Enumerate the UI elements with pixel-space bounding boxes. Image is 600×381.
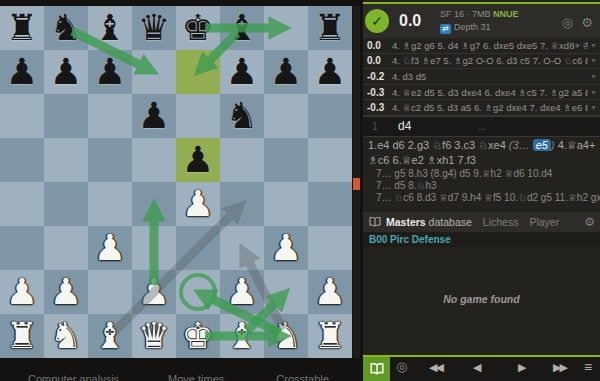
first-move-button[interactable]: ◀◀ [429, 361, 442, 374]
tab-lichess[interactable]: Lichess [483, 216, 519, 228]
square-f1[interactable]: ♝ [220, 314, 264, 358]
square-d7[interactable] [132, 50, 176, 94]
pv-list: 0.0 4. ♗g2 g6 5. d4 ♗g7 6. dxe5 dxe5 7. … [363, 38, 600, 116]
square-b8[interactable]: ♞ [44, 6, 88, 50]
book-icon [369, 216, 381, 228]
square-c5[interactable] [88, 138, 132, 182]
explorer-message: No game found [363, 293, 600, 305]
pv-eval: -0.3 [367, 87, 392, 98]
variation-row[interactable]: 7… g5 8.h3 (8.g4) d5 9.♕h2 ♕d6 10.d4 [363, 167, 600, 179]
book-icon [370, 362, 384, 376]
next-move-button[interactable]: ▶ [518, 361, 524, 374]
engine-eval: 0.0 [399, 12, 421, 30]
white-pawn: ♟ [132, 270, 176, 314]
square-b3[interactable] [44, 226, 88, 270]
pv-row[interactable]: -0.2 4. d3 d5 ▼ [363, 69, 600, 85]
explorer-toggle-button[interactable] [363, 357, 390, 381]
square-e8[interactable]: ♚ [176, 6, 220, 50]
square-e6[interactable] [176, 94, 220, 138]
black-knight: ♞ [44, 6, 88, 50]
white-knight: ♞ [264, 314, 308, 358]
white-bishop: ♝ [220, 314, 264, 358]
pv-moves: 4. ♕c2 d5 5. d3 a5 6. ♗g2 dxe4 7. dxe4 ♗… [392, 102, 588, 113]
square-e3[interactable] [176, 226, 220, 270]
square-f2[interactable]: ♟ [220, 270, 264, 314]
pv-row[interactable]: -0.3 4. ♕c2 d5 5. d3 a5 6. ♗g2 dxe4 7. d… [363, 100, 600, 116]
engine-depth: Depth 31 [454, 22, 491, 32]
square-d5[interactable] [132, 138, 176, 182]
practice-icon[interactable]: ◎ [396, 359, 407, 374]
square-a5[interactable] [0, 138, 44, 182]
square-h2[interactable]: ♟ [308, 270, 352, 314]
pv-eval: 0.0 [367, 40, 392, 51]
square-h7[interactable]: ♟ [308, 50, 352, 94]
square-a4[interactable] [0, 182, 44, 226]
square-g8[interactable] [264, 6, 308, 50]
white-rook: ♜ [0, 314, 44, 358]
square-d3[interactable] [132, 226, 176, 270]
white-pawn: ♟ [44, 270, 88, 314]
white-knight: ♞ [44, 314, 88, 358]
eval-gauge [353, 6, 360, 358]
black-pawn: ♟ [0, 50, 44, 94]
black-bishop: ♝ [220, 6, 264, 50]
square-f5[interactable] [220, 138, 264, 182]
gear-icon[interactable]: ⚙ [581, 15, 593, 30]
square-e1[interactable]: ♚ [176, 314, 220, 358]
pv-row[interactable]: 0.0 4. ♗g2 g6 5. d4 ♗g7 6. dxe5 dxe5 7. … [363, 38, 600, 54]
pv-row[interactable]: -0.3 4. ♕e2 d5 5. d3 dxe4 6. dxe4 ♗c5 7.… [363, 85, 600, 101]
square-f6[interactable]: ♞ [220, 94, 264, 138]
pv-moves: 4. ♘f3 ♗e7 5. ♗g2 O-O 6. d3 c5 7. O-O ♘c… [392, 55, 588, 66]
pv-moves: 4. ♕e2 d5 5. d3 dxe4 6. dxe4 ♗c5 7. ♗g2 … [392, 87, 588, 98]
square-b6[interactable] [44, 94, 88, 138]
square-c3[interactable]: ♟ [88, 226, 132, 270]
square-b2[interactable]: ♟ [44, 270, 88, 314]
square-c1[interactable]: ♝ [88, 314, 132, 358]
depth-icon: ⇄ [440, 24, 451, 34]
white-pawn: ♟ [220, 270, 264, 314]
black-pawn: ♟ [44, 50, 88, 94]
square-b5[interactable] [44, 138, 88, 182]
white-pawn: ♟ [0, 270, 44, 314]
square-b4[interactable] [44, 182, 88, 226]
square-h1[interactable]: ♜ [308, 314, 352, 358]
mainline-moves: 4.♕a4+ ♗d7 5.♕xe4 [558, 139, 600, 151]
focus-icon[interactable]: ◎ [562, 15, 573, 30]
tab-masters-database[interactable]: Masters database [386, 216, 472, 228]
square-f4[interactable] [220, 182, 264, 226]
square-a7[interactable]: ♟ [0, 50, 44, 94]
square-a2[interactable]: ♟ [0, 270, 44, 314]
square-d2[interactable]: ♟ [132, 270, 176, 314]
black-queen: ♛ [132, 6, 176, 50]
variation-open: (3… [509, 139, 530, 151]
pv-eval: -0.2 [367, 71, 392, 82]
opening-name: B00 Pirc Defense [363, 232, 600, 247]
pv-moves: 4. d3 d5 [392, 71, 588, 82]
controls-accent-border [363, 355, 600, 357]
square-b1[interactable]: ♞ [44, 314, 88, 358]
pv-moves: 4. ♗g2 g6 5. d4 ♗g7 6. dxe5 dxe5 7. ♕xd8… [392, 40, 588, 51]
chess-board[interactable]: ♜♞♝♛♚♝♜♟♟♟♟♟♟♟♞♟♟♟♟♟♟♟♟♟♜♞♝♛♚♝♞♜ [0, 6, 352, 358]
mainline-moves: 1.e4 d6 2.g3 ♘f6 3.c3 ♘xe4 [368, 139, 506, 151]
analysis-app: ♜♞♝♛♚♝♜♟♟♟♟♟♟♟♞♟♟♟♟♟♟♟♟♟♜♞♝♛♚♝♞♜ Compute… [0, 0, 600, 381]
square-a3[interactable] [0, 226, 44, 270]
square-g5[interactable] [264, 138, 308, 182]
black-rook: ♜ [0, 6, 44, 50]
square-g2[interactable] [264, 270, 308, 314]
white-pawn: ♟ [264, 226, 308, 270]
square-f8[interactable]: ♝ [220, 6, 264, 50]
variation-row[interactable]: 7… ♘c6 8.d3 ♕d7 9.h4 ♕f5 10.♘d2 g5 11.♕h… [363, 191, 600, 203]
square-g7[interactable]: ♟ [264, 50, 308, 94]
white-king: ♚ [176, 314, 220, 358]
square-f7[interactable]: ♟ [220, 50, 264, 94]
chevron-down-icon[interactable]: ▼ [590, 73, 597, 80]
move-list: 1.e4 d6 2.g3 ♘f6 3.c3 ♘xe4 (3… e5) 4.♕a4… [363, 137, 600, 212]
white-queen: ♛ [132, 314, 176, 358]
engine-meta: SF 16 · 7MB NNUE ⇄Depth 31 [440, 8, 519, 34]
pv-eval: 0.0 [367, 55, 392, 66]
pv-row[interactable]: 0.0 4. ♘f3 ♗e7 5. ♗g2 O-O 6. d3 c5 7. O-… [363, 54, 600, 70]
engine-tech: NNUE [493, 9, 519, 19]
eval-gauge-tick [353, 178, 360, 190]
tab-crosstable[interactable]: Crosstable [276, 373, 329, 381]
square-c7[interactable]: ♟ [88, 50, 132, 94]
black-pawn: ♟ [264, 50, 308, 94]
square-a8[interactable]: ♜ [0, 6, 44, 50]
chevron-down-icon[interactable]: ▼ [590, 89, 597, 96]
board-footer: Computer analysis Move times Crosstable … [0, 358, 363, 381]
engine-bar: ✓ 0.0 SF 16 · 7MB NNUE ⇄Depth 31 ◎ ⚙ [363, 4, 600, 38]
square-g6[interactable] [264, 94, 308, 138]
engine-name: SF 16 · 7MB [440, 9, 491, 19]
variation-close: ) [551, 139, 555, 151]
explorer-body: No game found [363, 247, 600, 355]
prev-move-button[interactable]: ◀ [473, 361, 479, 374]
black-pawn: ♟ [220, 50, 264, 94]
analysis-panel: ✓ 0.0 SF 16 · 7MB NNUE ⇄Depth 31 ◎ ⚙ 0.0… [363, 0, 600, 381]
square-g3[interactable]: ♟ [264, 226, 308, 270]
white-pawn: ♟ [176, 182, 220, 226]
square-h3[interactable] [308, 226, 352, 270]
black-pawn: ♟ [132, 94, 176, 138]
square-h6[interactable] [308, 94, 352, 138]
square-d8[interactable]: ♛ [132, 6, 176, 50]
board-area: ♜♞♝♛♚♝♜♟♟♟♟♟♟♟♞♟♟♟♟♟♟♟♟♟♜♞♝♛♚♝♞♜ Compute… [0, 0, 363, 381]
move-input[interactable]: 1 d4 ... [363, 116, 600, 137]
engine-toggle[interactable]: ✓ [365, 9, 389, 33]
square-h8[interactable]: ♜ [308, 6, 352, 50]
chevron-down-icon[interactable]: ▼ [590, 42, 597, 49]
white-pawn: ♟ [88, 226, 132, 270]
current-move[interactable]: e5 [533, 139, 551, 151]
square-c2[interactable] [88, 270, 132, 314]
square-h5[interactable] [308, 138, 352, 182]
chevron-down-icon[interactable]: ▼ [590, 104, 597, 111]
black-pawn: ♟ [176, 138, 220, 182]
square-e2[interactable] [176, 270, 220, 314]
mainline-row[interactable]: ♗c6 6.♕e2 ♗xh1 7.f3 [363, 152, 600, 167]
square-a6[interactable] [0, 94, 44, 138]
menu-icon[interactable]: ≡ [584, 359, 592, 375]
chevron-down-icon[interactable]: ▼ [590, 57, 597, 64]
variation-row[interactable]: 7… d5 8.♘h3 [363, 179, 600, 191]
square-d6[interactable]: ♟ [132, 94, 176, 138]
move-input-hint: ... [363, 121, 600, 132]
square-c8[interactable]: ♝ [88, 6, 132, 50]
white-pawn: ♟ [308, 270, 352, 314]
tab-move-times[interactable]: Move times [168, 373, 224, 381]
square-g1[interactable]: ♞ [264, 314, 308, 358]
square-d1[interactable]: ♛ [132, 314, 176, 358]
controls-bar: ◎ ◀◀ ◀ ▶ ▶▶ ≡ [363, 355, 600, 381]
tab-computer-analysis[interactable]: Computer analysis [28, 373, 119, 381]
black-pawn: ♟ [88, 50, 132, 94]
square-c4[interactable] [88, 182, 132, 226]
black-king: ♚ [176, 6, 220, 50]
explorer-tabs: Masters database Lichess Player ⚙ [363, 212, 600, 232]
last-move-button[interactable]: ▶▶ [553, 361, 566, 374]
square-f3[interactable] [220, 226, 264, 270]
square-b7[interactable]: ♟ [44, 50, 88, 94]
white-bishop: ♝ [88, 314, 132, 358]
square-d4[interactable] [132, 182, 176, 226]
pv-eval: -0.3 [367, 102, 392, 113]
square-e4[interactable]: ♟ [176, 182, 220, 226]
black-bishop: ♝ [88, 6, 132, 50]
square-c6[interactable] [88, 94, 132, 138]
tab-player[interactable]: Player [529, 216, 559, 228]
square-e5[interactable]: ♟ [176, 138, 220, 182]
square-g4[interactable] [264, 182, 308, 226]
white-rook: ♜ [308, 314, 352, 358]
square-a1[interactable]: ♜ [0, 314, 44, 358]
square-e7[interactable] [176, 50, 220, 94]
explorer-gear-icon[interactable]: ⚙ [584, 215, 595, 229]
mainline-row[interactable]: 1.e4 d6 2.g3 ♘f6 3.c3 ♘xe4 (3… e5) 4.♕a4… [363, 137, 600, 152]
black-rook: ♜ [308, 6, 352, 50]
black-pawn: ♟ [308, 50, 352, 94]
square-h4[interactable] [308, 182, 352, 226]
black-knight: ♞ [220, 94, 264, 138]
